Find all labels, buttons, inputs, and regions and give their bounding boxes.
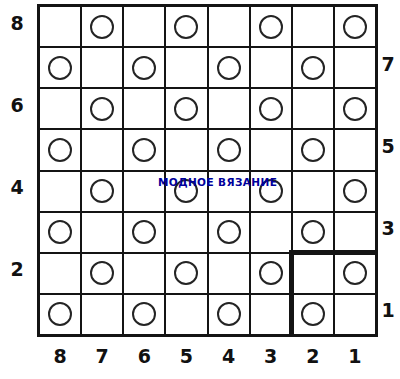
watermark-text: МОДНОЕ ВЯЗАНИЕ [158,176,277,188]
grid-cell-r7c2 [292,47,334,88]
col-label-4: 4 [208,343,250,369]
row-label-right-1: 1 [375,290,400,331]
grid-cell-r5c8 [39,129,81,170]
yarn-over-circle [343,97,367,121]
grid-cell-r8c4 [208,6,250,47]
yarn-over-circle [343,15,367,39]
grid-cell-r6c8 [39,88,81,129]
grid-cell-r7c1 [334,47,376,88]
row-label-right-5: 5 [375,125,400,166]
yarn-over-circle [90,97,114,121]
repeat-marker-vertical [289,250,294,337]
grid-cell-r3c4 [208,212,250,253]
row-label-left-8: 8 [0,2,34,43]
grid-cell-r6c4 [208,88,250,129]
grid-cell-r1c4 [208,294,250,335]
grid-cell-r5c4 [208,129,250,170]
grid-cell-r3c5 [165,212,207,253]
grid-cell-r8c3 [250,6,292,47]
grid-cell-r2c1 [334,253,376,294]
grid-cell-r1c3 [250,294,292,335]
yarn-over-circle [132,138,156,162]
yarn-over-circle [301,56,325,80]
yarn-over-circle [343,261,367,285]
yarn-over-circle [48,138,72,162]
grid-cell-r5c3 [250,129,292,170]
col-label-7: 7 [81,343,123,369]
chart-grid [37,4,378,337]
yarn-over-circle [174,261,198,285]
yarn-over-circle [90,15,114,39]
grid-cell-r1c6 [123,294,165,335]
grid-cell-r7c5 [165,47,207,88]
yarn-over-circle [48,302,72,326]
yarn-over-circle [301,220,325,244]
row-label-right-7: 7 [375,43,400,84]
grid-cell-r6c5 [165,88,207,129]
grid-cell-r3c2 [292,212,334,253]
grid-cell-r8c5 [165,6,207,47]
grid-cell-r1c2 [292,294,334,335]
repeat-marker-horizontal [289,250,378,255]
col-label-2: 2 [292,343,334,369]
grid-cell-r1c8 [39,294,81,335]
grid-cell-r7c3 [250,47,292,88]
yarn-over-circle [132,56,156,80]
grid-cell-r2c2 [292,253,334,294]
col-label-8: 8 [39,343,81,369]
grid-cell-r5c1 [334,129,376,170]
grid-cell-r2c6 [123,253,165,294]
yarn-over-circle [259,261,283,285]
yarn-over-circle [174,15,198,39]
yarn-over-circle [217,302,241,326]
grid-cell-r8c8 [39,6,81,47]
knitting-chart: 8642753187654321 МОДНОЕ ВЯЗАНИЕ [0,0,400,379]
grid-cell-r4c1 [334,171,376,212]
yarn-over-circle [132,220,156,244]
row-label-right-3: 3 [375,208,400,249]
grid-cell-r2c4 [208,253,250,294]
yarn-over-circle [90,179,114,203]
grid-cell-r6c1 [334,88,376,129]
grid-cell-r6c7 [81,88,123,129]
grid-cell-r7c4 [208,47,250,88]
row-label-left-6: 6 [0,84,34,125]
yarn-over-circle [48,220,72,244]
col-label-5: 5 [165,343,207,369]
col-label-3: 3 [250,343,292,369]
yarn-over-circle [343,179,367,203]
yarn-over-circle [301,138,325,162]
grid-cell-r2c3 [250,253,292,294]
grid-cell-r2c7 [81,253,123,294]
grid-cell-r6c3 [250,88,292,129]
grid-cell-r7c7 [81,47,123,88]
grid-cell-r3c6 [123,212,165,253]
row-label-left-4: 4 [0,167,34,208]
grid-cell-r8c6 [123,6,165,47]
grid-cell-r6c2 [292,88,334,129]
grid-cell-r3c7 [81,212,123,253]
yarn-over-circle [301,302,325,326]
grid-cell-r8c2 [292,6,334,47]
grid-cell-r4c7 [81,171,123,212]
yarn-over-circle [48,56,72,80]
grid-cell-r3c3 [250,212,292,253]
yarn-over-circle [217,220,241,244]
yarn-over-circle [217,138,241,162]
grid-cell-r2c5 [165,253,207,294]
grid-cell-r4c8 [39,171,81,212]
grid-cell-r1c5 [165,294,207,335]
grid-cell-r1c1 [334,294,376,335]
grid-cell-r3c1 [334,212,376,253]
yarn-over-circle [132,302,156,326]
col-label-1: 1 [334,343,376,369]
grid-cell-r4c2 [292,171,334,212]
grid-cell-r5c5 [165,129,207,170]
col-label-6: 6 [123,343,165,369]
grid-cell-r8c1 [334,6,376,47]
grid-cell-r5c7 [81,129,123,170]
grid-cell-r3c8 [39,212,81,253]
grid-cell-r8c7 [81,6,123,47]
grid-cell-r6c6 [123,88,165,129]
grid-cell-r1c7 [81,294,123,335]
grid-cell-r5c6 [123,129,165,170]
row-label-left-2: 2 [0,249,34,290]
yarn-over-circle [217,56,241,80]
yarn-over-circle [174,97,198,121]
yarn-over-circle [90,261,114,285]
grid-cell-r7c6 [123,47,165,88]
yarn-over-circle [259,15,283,39]
grid-cell-r7c8 [39,47,81,88]
grid-cell-r2c8 [39,253,81,294]
yarn-over-circle [259,97,283,121]
grid-cell-r5c2 [292,129,334,170]
